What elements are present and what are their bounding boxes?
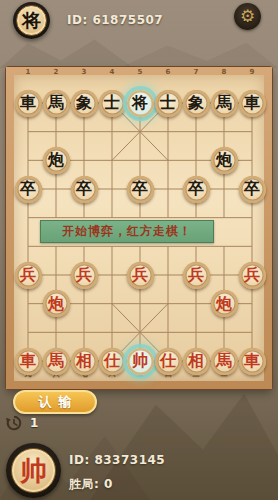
red-piece-馬[interactable]: 馬	[43, 348, 70, 375]
red-piece-兵[interactable]: 兵	[71, 262, 98, 289]
black-piece-将[interactable]: 将	[127, 90, 154, 117]
black-piece-車[interactable]: 車	[239, 90, 266, 117]
red-piece-馬[interactable]: 馬	[211, 348, 238, 375]
red-piece-車[interactable]: 車	[239, 348, 266, 375]
red-piece-仕[interactable]: 仕	[99, 348, 126, 375]
mountain-silhouette	[120, 40, 278, 68]
red-player-avatar[interactable]: 帅	[6, 443, 61, 498]
file-label: 6	[166, 68, 171, 76]
gear-icon: ⚙	[240, 8, 255, 25]
black-piece-士[interactable]: 士	[155, 90, 182, 117]
red-piece-炮[interactable]: 炮	[211, 290, 238, 317]
black-piece-卒[interactable]: 卒	[183, 176, 210, 203]
black-piece-象[interactable]: 象	[71, 90, 98, 117]
red-piece-相[interactable]: 相	[71, 348, 98, 375]
xiangqi-app: 将 ID: 61875507 ⚙ 123456789 九八七六五四三二一 車馬象…	[0, 0, 278, 500]
black-general-avatar-glyph: 将	[16, 5, 47, 36]
undo-clock-icon[interactable]	[5, 414, 23, 432]
file-label: 5	[138, 68, 143, 76]
black-player-avatar[interactable]: 将	[13, 2, 50, 39]
black-piece-卒[interactable]: 卒	[127, 176, 154, 203]
red-player-wins: 胜局: 0	[69, 476, 113, 493]
mountain-silhouette	[90, 388, 278, 500]
red-piece-車[interactable]: 車	[15, 348, 42, 375]
resign-button[interactable]: 认输	[13, 390, 97, 414]
file-label: 1	[26, 68, 31, 76]
settings-button[interactable]: ⚙	[234, 3, 261, 30]
red-player-id: ID: 83373145	[69, 453, 165, 467]
red-piece-相[interactable]: 相	[183, 348, 210, 375]
red-piece-帅[interactable]: 帅	[127, 348, 154, 375]
file-label: 9	[250, 68, 255, 76]
black-piece-象[interactable]: 象	[183, 90, 210, 117]
undo-count: 1	[30, 416, 38, 430]
red-piece-兵[interactable]: 兵	[127, 262, 154, 289]
black-piece-士[interactable]: 士	[99, 90, 126, 117]
red-piece-仕[interactable]: 仕	[155, 348, 182, 375]
black-piece-馬[interactable]: 馬	[211, 90, 238, 117]
black-piece-卒[interactable]: 卒	[71, 176, 98, 203]
black-piece-卒[interactable]: 卒	[15, 176, 42, 203]
black-piece-車[interactable]: 車	[15, 90, 42, 117]
red-piece-兵[interactable]: 兵	[239, 262, 266, 289]
red-piece-兵[interactable]: 兵	[15, 262, 42, 289]
black-piece-炮[interactable]: 炮	[211, 147, 238, 174]
black-piece-卒[interactable]: 卒	[239, 176, 266, 203]
black-piece-馬[interactable]: 馬	[43, 90, 70, 117]
black-player-id: ID: 61875507	[67, 13, 163, 27]
black-piece-炮[interactable]: 炮	[43, 147, 70, 174]
file-label: 4	[110, 68, 115, 76]
red-piece-兵[interactable]: 兵	[183, 262, 210, 289]
file-label: 7	[194, 68, 199, 76]
red-general-avatar-glyph: 帅	[11, 448, 56, 493]
status-banner: 开始博弈，红方走棋！	[40, 220, 214, 243]
file-label: 3	[82, 68, 87, 76]
file-label: 2	[54, 68, 59, 76]
file-label: 8	[222, 68, 227, 76]
red-piece-炮[interactable]: 炮	[43, 290, 70, 317]
